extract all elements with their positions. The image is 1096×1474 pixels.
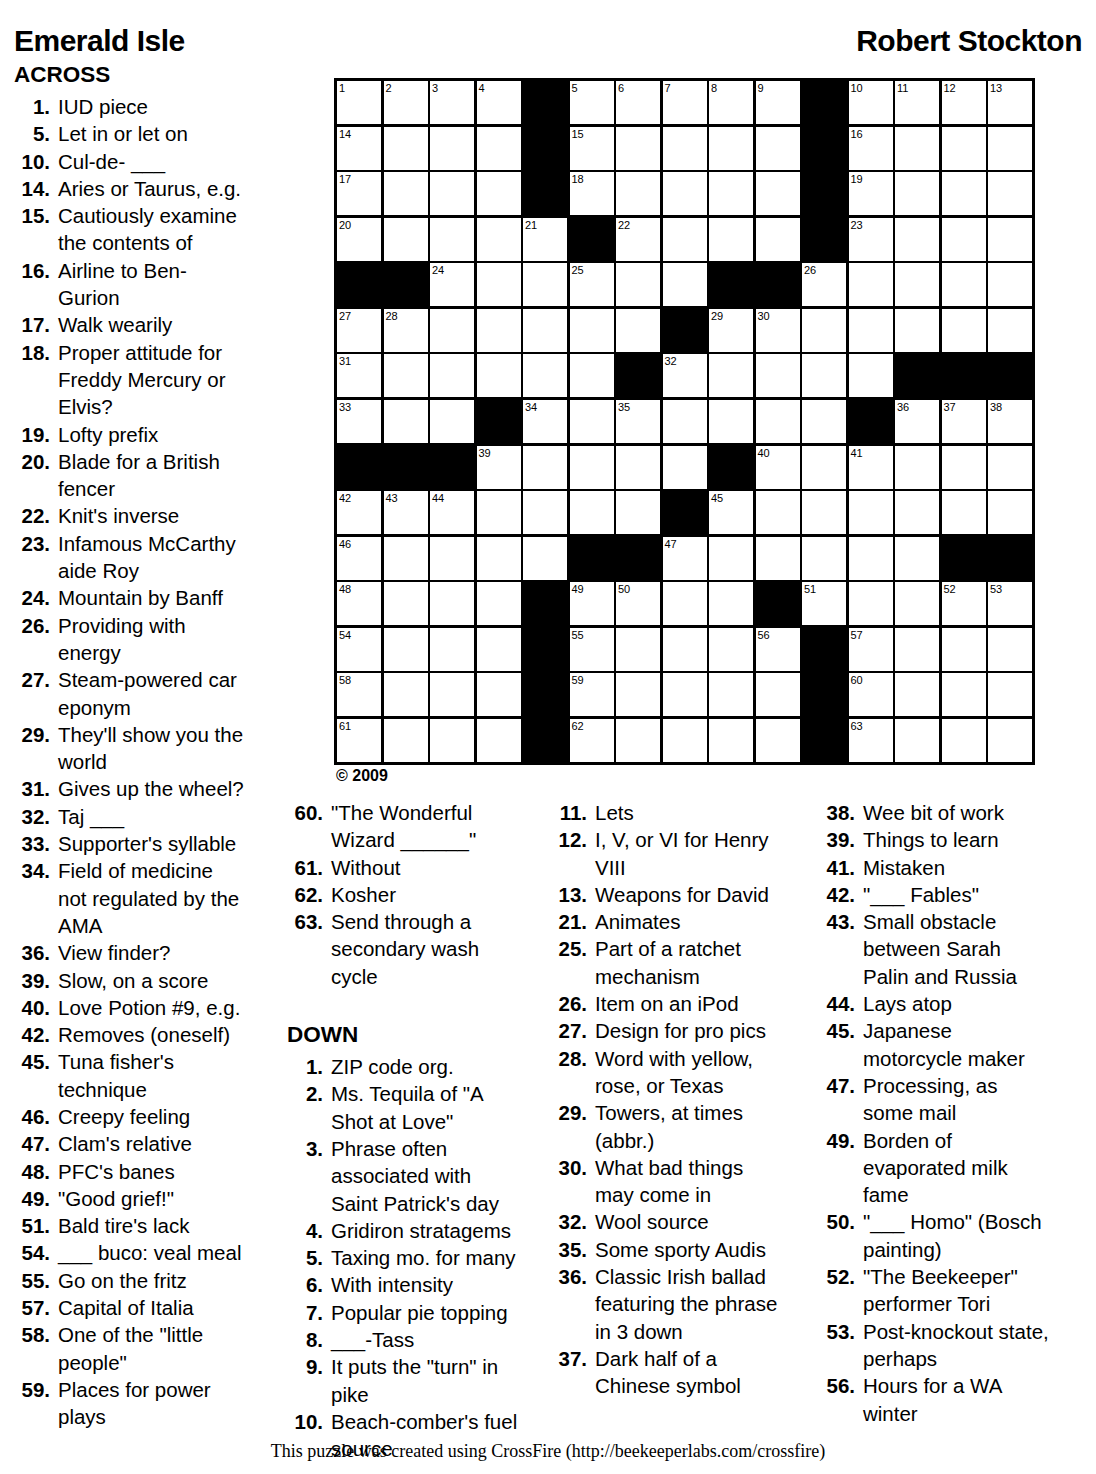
clue-text: Wool source [595, 1208, 783, 1235]
grid-cell-r3-c15[interactable] [988, 172, 1032, 215]
grid-cell-r2-c7[interactable] [616, 127, 660, 170]
grid-cell-r8-c9[interactable] [709, 400, 753, 443]
grid-cell-r8-c3[interactable] [430, 400, 474, 443]
grid-cell-r12-c11[interactable]: 51 [802, 582, 846, 625]
clue-down-39: 39.Things to learn [817, 826, 1096, 853]
grid-cell-r7-c5[interactable] [523, 354, 567, 397]
clue-down-41: 41.Mistaken [817, 854, 1096, 881]
cell-number: 41 [851, 447, 863, 459]
grid-cell-r12-c6[interactable]: 49 [570, 582, 614, 625]
grid-cell-r6-c12[interactable] [849, 309, 893, 352]
grid-cell-r11-c2[interactable] [384, 537, 428, 580]
grid-cell-r4-c12[interactable]: 23 [849, 218, 893, 261]
grid-cell-r5-c14[interactable] [942, 263, 986, 306]
cell-number: 8 [711, 82, 717, 94]
grid-cell-r4-c5[interactable]: 21 [523, 218, 567, 261]
grid-cell-r7-c4[interactable] [477, 354, 521, 397]
clue-across-24: 24.Mountain by Banff [12, 584, 286, 611]
grid-cell-r2-c2[interactable] [384, 127, 428, 170]
cell-number: 27 [339, 310, 351, 322]
clue-number: 49. [12, 1185, 50, 1212]
clue-down-30: 30.What bad things may come in [549, 1154, 823, 1209]
clue-number: 41. [817, 854, 855, 881]
grid-cell-r2-c9[interactable] [709, 127, 753, 170]
grid-cell-r9-c6[interactable] [570, 446, 614, 489]
grid-cell-r12-c9[interactable] [709, 582, 753, 625]
grid-cell-r14-c15[interactable] [988, 673, 1032, 716]
grid-cell-r4-c8[interactable] [663, 218, 707, 261]
grid-cell-r11-c11[interactable] [802, 537, 846, 580]
block-r9-c3 [430, 446, 474, 489]
grid-cell-r8-c6[interactable] [570, 400, 614, 443]
clue-number: 27. [12, 666, 50, 693]
grid-cell-r1-c12[interactable]: 10 [849, 81, 893, 124]
grid-cell-r13-c1[interactable]: 54 [337, 628, 381, 671]
grid-cell-r9-c10[interactable]: 40 [756, 446, 800, 489]
grid-cell-r4-c15[interactable] [988, 218, 1032, 261]
grid-cell-r8-c7[interactable]: 35 [616, 400, 660, 443]
grid-cell-r6-c4[interactable] [477, 309, 521, 352]
clue-down-13: 13.Weapons for David [549, 881, 823, 908]
clue-number: 32. [12, 803, 50, 830]
grid-cell-r1-c14[interactable]: 12 [942, 81, 986, 124]
grid-cell-r3-c14[interactable] [942, 172, 986, 215]
grid-cell-r15-c7[interactable] [616, 719, 660, 762]
grid-cell-r6-c11[interactable] [802, 309, 846, 352]
grid-cell-r14-c14[interactable] [942, 673, 986, 716]
grid-cell-r1-c3[interactable]: 3 [430, 81, 474, 124]
grid-cell-r1-c10[interactable]: 9 [756, 81, 800, 124]
grid-cell-r12-c1[interactable]: 48 [337, 582, 381, 625]
grid-cell-r1-c13[interactable]: 11 [895, 81, 939, 124]
cell-number: 16 [851, 128, 863, 140]
grid-cell-r10-c9[interactable]: 45 [709, 491, 753, 534]
grid-cell-r13-c12[interactable]: 57 [849, 628, 893, 671]
grid-cell-r3-c13[interactable] [895, 172, 939, 215]
grid-cell-r4-c3[interactable] [430, 218, 474, 261]
grid-cell-r8-c10[interactable] [756, 400, 800, 443]
grid-cell-r7-c2[interactable] [384, 354, 428, 397]
clue-text: Ms. Tequila of "A Shot at Love" [331, 1080, 519, 1135]
cell-number: 46 [339, 538, 351, 550]
grid-cell-r6-c1[interactable]: 27 [337, 309, 381, 352]
grid-cell-r13-c9[interactable] [709, 628, 753, 671]
grid-cell-r15-c14[interactable] [942, 719, 986, 762]
grid-cell-r1-c4[interactable]: 4 [477, 81, 521, 124]
grid-cell-r4-c9[interactable] [709, 218, 753, 261]
grid-cell-r10-c13[interactable] [895, 491, 939, 534]
grid-cell-r8-c11[interactable] [802, 400, 846, 443]
cell-number: 45 [711, 492, 723, 504]
grid-cell-r10-c14[interactable] [942, 491, 986, 534]
grid-cell-r1-c1[interactable]: 1 [337, 81, 381, 124]
grid-cell-r1-c9[interactable]: 8 [709, 81, 753, 124]
down-heading: DOWN [285, 1020, 559, 1050]
cell-number: 17 [339, 173, 351, 185]
clue-across-49: 49."Good grief!" [12, 1185, 286, 1212]
grid-cell-r9-c13[interactable] [895, 446, 939, 489]
grid-cell-r11-c13[interactable] [895, 537, 939, 580]
clue-text: Go on the fritz [58, 1267, 246, 1294]
grid-cell-r5-c7[interactable] [616, 263, 660, 306]
grid-cell-r4-c13[interactable] [895, 218, 939, 261]
grid-cell-r1-c6[interactable]: 5 [570, 81, 614, 124]
grid-cell-r15-c2[interactable] [384, 719, 428, 762]
grid-cell-r9-c4[interactable]: 39 [477, 446, 521, 489]
clue-number: 22. [12, 502, 50, 529]
grid-cell-r15-c13[interactable] [895, 719, 939, 762]
grid-cell-r15-c1[interactable]: 61 [337, 719, 381, 762]
clue-text: Send through a secondary wash cycle [331, 908, 519, 990]
clue-number: 35. [549, 1236, 587, 1263]
grid-cell-r6-c3[interactable] [430, 309, 474, 352]
grid-cell-r1-c15[interactable]: 13 [988, 81, 1032, 124]
grid-cell-r7-c8[interactable]: 32 [663, 354, 707, 397]
clue-number: 23. [12, 530, 50, 557]
grid-cell-r12-c2[interactable] [384, 582, 428, 625]
block-r5-c2 [384, 263, 428, 306]
grid-cell-r10-c10[interactable] [756, 491, 800, 534]
grid-cell-r14-c3[interactable] [430, 673, 474, 716]
cell-number: 50 [618, 583, 630, 595]
grid-cell-r5-c8[interactable] [663, 263, 707, 306]
grid-cell-r12-c14[interactable]: 52 [942, 582, 986, 625]
grid-cell-r14-c4[interactable] [477, 673, 521, 716]
grid-cell-r15-c9[interactable] [709, 719, 753, 762]
cell-number: 34 [525, 401, 537, 413]
grid-cell-r15-c10[interactable] [756, 719, 800, 762]
copyright-notice: © 2009 [336, 767, 388, 785]
grid-cell-r6-c15[interactable] [988, 309, 1032, 352]
cell-number: 59 [572, 674, 584, 686]
clue-down-25: 25.Part of a ratchet mechanism [549, 935, 823, 990]
grid-cell-r12-c12[interactable] [849, 582, 893, 625]
clue-text: Capital of Italia [58, 1294, 246, 1321]
clue-number: 9. [285, 1353, 323, 1380]
grid-cell-r3-c12[interactable]: 19 [849, 172, 893, 215]
cell-number: 61 [339, 720, 351, 732]
block-r9-c1 [337, 446, 381, 489]
block-r10-c8 [663, 491, 707, 534]
grid-cell-r13-c4[interactable] [477, 628, 521, 671]
grid-cell-r12-c7[interactable]: 50 [616, 582, 660, 625]
grid-cell-r9-c11[interactable] [802, 446, 846, 489]
block-r11-c14 [942, 537, 986, 580]
grid-cell-r10-c12[interactable] [849, 491, 893, 534]
clue-text: Blade for a British fencer [58, 448, 246, 503]
clue-text: Design for pro pics [595, 1017, 783, 1044]
grid-cell-r5-c6[interactable]: 25 [570, 263, 614, 306]
grid-cell-r7-c11[interactable] [802, 354, 846, 397]
grid-cell-r7-c10[interactable] [756, 354, 800, 397]
block-r14-c11 [802, 673, 846, 716]
clue-across-22: 22.Knit's inverse [12, 502, 286, 529]
cell-number: 10 [851, 82, 863, 94]
grid-cell-r5-c4[interactable] [477, 263, 521, 306]
grid-cell-r3-c3[interactable] [430, 172, 474, 215]
grid-cell-r10-c15[interactable] [988, 491, 1032, 534]
grid-cell-r15-c15[interactable] [988, 719, 1032, 762]
grid-cell-r9-c14[interactable] [942, 446, 986, 489]
clue-text: One of the "little people" [58, 1321, 246, 1376]
clue-number: 15. [12, 202, 50, 229]
clue-text: Things to learn [863, 826, 1051, 853]
cell-number: 25 [572, 264, 584, 276]
grid-cell-r6-c6[interactable] [570, 309, 614, 352]
grid-cell-r7-c3[interactable] [430, 354, 474, 397]
clue-across-58: 58.One of the "little people" [12, 1321, 286, 1376]
clue-across-55: 55.Go on the fritz [12, 1267, 286, 1294]
grid-cell-r4-c10[interactable] [756, 218, 800, 261]
clue-text: View finder? [58, 939, 246, 966]
grid-cell-r10-c1[interactable]: 42 [337, 491, 381, 534]
clue-across-15: 15.Cautiously examine the contents of [12, 202, 286, 257]
clue-text: Removes (oneself) [58, 1021, 246, 1048]
block-r9-c9 [709, 446, 753, 489]
grid-cell-r3-c6[interactable]: 18 [570, 172, 614, 215]
clue-across-47: 47.Clam's relative [12, 1130, 286, 1157]
clue-text: "The Beekeeper" performer Tori [863, 1263, 1051, 1318]
grid-cell-r2-c14[interactable] [942, 127, 986, 170]
grid-cell-r13-c6[interactable]: 55 [570, 628, 614, 671]
cell-number: 1 [339, 82, 345, 94]
grid-cell-r10-c6[interactable] [570, 491, 614, 534]
grid-cell-r13-c13[interactable] [895, 628, 939, 671]
grid-cell-r8-c15[interactable]: 38 [988, 400, 1032, 443]
clue-number: 20. [12, 448, 50, 475]
clue-text: Infamous McCarthy aide Roy [58, 530, 246, 585]
cell-number: 13 [990, 82, 1002, 94]
clue-across-10: 10.Cul-de- ___ [12, 148, 286, 175]
clue-number: 36. [549, 1263, 587, 1290]
grid-cell-r14-c8[interactable] [663, 673, 707, 716]
clue-text: Cautiously examine the contents of [58, 202, 246, 257]
grid-cell-r5-c12[interactable] [849, 263, 893, 306]
grid-cell-r10-c2[interactable]: 43 [384, 491, 428, 534]
clue-number: 13. [549, 881, 587, 908]
grid-cell-r15-c4[interactable] [477, 719, 521, 762]
clue-number: 45. [12, 1048, 50, 1075]
grid-cell-r9-c7[interactable] [616, 446, 660, 489]
grid-cell-r3-c7[interactable] [616, 172, 660, 215]
grid-cell-r5-c11[interactable]: 26 [802, 263, 846, 306]
clue-text: Borden of evaporated milk fame [863, 1127, 1051, 1209]
clue-across-59: 59.Places for power plays [12, 1376, 286, 1431]
grid-cell-r14-c1[interactable]: 58 [337, 673, 381, 716]
grid-cell-r7-c12[interactable] [849, 354, 893, 397]
grid-cell-r11-c5[interactable] [523, 537, 567, 580]
grid-cell-r2-c12[interactable]: 16 [849, 127, 893, 170]
grid-cell-r12-c4[interactable] [477, 582, 521, 625]
grid-cell-r7-c1[interactable]: 31 [337, 354, 381, 397]
grid-cell-r9-c8[interactable] [663, 446, 707, 489]
grid-cell-r14-c13[interactable] [895, 673, 939, 716]
grid-cell-r6-c14[interactable] [942, 309, 986, 352]
grid-cell-r3-c4[interactable] [477, 172, 521, 215]
grid-cell-r4-c1[interactable]: 20 [337, 218, 381, 261]
cell-number: 55 [572, 629, 584, 641]
grid-cell-r8-c8[interactable] [663, 400, 707, 443]
clue-number: 30. [549, 1154, 587, 1181]
grid-cell-r9-c5[interactable] [523, 446, 567, 489]
grid-cell-r10-c5[interactable] [523, 491, 567, 534]
clue-number: 39. [12, 967, 50, 994]
clue-down-53: 53.Post-knockout state, perhaps [817, 1318, 1096, 1373]
grid-cell-r11-c10[interactable] [756, 537, 800, 580]
grid-cell-r6-c13[interactable] [895, 309, 939, 352]
clue-down-12: 12.I, V, or VI for Henry VIII [549, 826, 823, 881]
cell-number: 37 [944, 401, 956, 413]
clue-text: Walk wearily [58, 311, 246, 338]
grid-cell-r14-c12[interactable]: 60 [849, 673, 893, 716]
clue-number: 63. [285, 908, 323, 935]
clue-down-47: 47.Processing, as some mail [817, 1072, 1096, 1127]
grid-cell-r15-c6[interactable]: 62 [570, 719, 614, 762]
cell-number: 18 [572, 173, 584, 185]
clue-text: Without [331, 854, 519, 881]
grid-cell-r6-c5[interactable] [523, 309, 567, 352]
grid-cell-r4-c4[interactable] [477, 218, 521, 261]
grid-cell-r2-c1[interactable]: 14 [337, 127, 381, 170]
grid-cell-r6-c9[interactable]: 29 [709, 309, 753, 352]
grid-cell-r3-c1[interactable]: 17 [337, 172, 381, 215]
grid-cell-r11-c1[interactable]: 46 [337, 537, 381, 580]
grid-cell-r6-c10[interactable]: 30 [756, 309, 800, 352]
grid-cell-r10-c7[interactable] [616, 491, 660, 534]
grid-cell-r12-c3[interactable] [430, 582, 474, 625]
clue-across-33: 33.Supporter's syllable [12, 830, 286, 857]
grid-cell-r2-c3[interactable] [430, 127, 474, 170]
grid-cell-r13-c15[interactable] [988, 628, 1032, 671]
grid-cell-r13-c7[interactable] [616, 628, 660, 671]
clue-text: Slow, on a score [58, 967, 246, 994]
grid-cell-r8-c1[interactable]: 33 [337, 400, 381, 443]
grid-cell-r2-c15[interactable] [988, 127, 1032, 170]
grid-cell-r12-c15[interactable]: 53 [988, 582, 1032, 625]
cell-number: 49 [572, 583, 584, 595]
cell-number: 33 [339, 401, 351, 413]
grid-cell-r7-c6[interactable] [570, 354, 614, 397]
cell-number: 6 [618, 82, 624, 94]
grid-cell-r13-c2[interactable] [384, 628, 428, 671]
grid-cell-r14-c7[interactable] [616, 673, 660, 716]
grid-cell-r12-c8[interactable] [663, 582, 707, 625]
grid-cell-r1-c8[interactable]: 7 [663, 81, 707, 124]
grid-cell-r13-c10[interactable]: 56 [756, 628, 800, 671]
grid-cell-r15-c8[interactable] [663, 719, 707, 762]
cell-number: 2 [386, 82, 392, 94]
grid-cell-r7-c9[interactable] [709, 354, 753, 397]
grid-cell-r9-c15[interactable] [988, 446, 1032, 489]
clue-text: Aries or Taurus, e.g. [58, 175, 246, 202]
grid-cell-r11-c9[interactable] [709, 537, 753, 580]
grid-cell-r3-c10[interactable] [756, 172, 800, 215]
grid-cell-r13-c3[interactable] [430, 628, 474, 671]
clue-number: 61. [285, 854, 323, 881]
block-r8-c12 [849, 400, 893, 443]
clue-text: Places for power plays [58, 1376, 246, 1431]
grid-cell-r11-c8[interactable]: 47 [663, 537, 707, 580]
grid-cell-r3-c8[interactable] [663, 172, 707, 215]
grid-cell-r15-c3[interactable] [430, 719, 474, 762]
clue-number: 24. [12, 584, 50, 611]
clue-text: Wee bit of work [863, 799, 1051, 826]
grid-cell-r3-c9[interactable] [709, 172, 753, 215]
grid-cell-r2-c8[interactable] [663, 127, 707, 170]
clue-number: 45. [817, 1017, 855, 1044]
grid-cell-r4-c14[interactable] [942, 218, 986, 261]
block-r5-c9 [709, 263, 753, 306]
grid-cell-r14-c6[interactable]: 59 [570, 673, 614, 716]
clue-down-32: 32.Wool source [549, 1208, 823, 1235]
clue-down-11: 11.Lets [549, 799, 823, 826]
clue-text: Phrase often associated with Saint Patri… [331, 1135, 519, 1217]
block-r8-c4 [477, 400, 521, 443]
grid-cell-r1-c2[interactable]: 2 [384, 81, 428, 124]
grid-cell-r5-c3[interactable]: 24 [430, 263, 474, 306]
grid-cell-r8-c14[interactable]: 37 [942, 400, 986, 443]
clue-number: 27. [549, 1017, 587, 1044]
grid-cell-r14-c10[interactable] [756, 673, 800, 716]
grid-cell-r5-c5[interactable] [523, 263, 567, 306]
clue-across-60: 60."The Wonderful Wizard ______" [285, 799, 559, 854]
clue-number: 6. [285, 1271, 323, 1298]
clue-down-3: 3.Phrase often associated with Saint Pat… [285, 1135, 559, 1217]
grid-cell-r3-c2[interactable] [384, 172, 428, 215]
clue-number: 29. [12, 721, 50, 748]
grid-cell-r8-c5[interactable]: 34 [523, 400, 567, 443]
crossword-grid: 1234567891011121314151617181920212223242… [334, 78, 1035, 765]
clue-number: 8. [285, 1326, 323, 1353]
grid-cell-r2-c4[interactable] [477, 127, 521, 170]
grid-cell-r11-c4[interactable] [477, 537, 521, 580]
clue-number: 47. [12, 1130, 50, 1157]
grid-cell-r9-c12[interactable]: 41 [849, 446, 893, 489]
grid-cell-r8-c13[interactable]: 36 [895, 400, 939, 443]
grid-cell-r2-c10[interactable] [756, 127, 800, 170]
grid-cell-r13-c14[interactable] [942, 628, 986, 671]
grid-cell-r13-c8[interactable] [663, 628, 707, 671]
clue-down-43: 43.Small obstacle between Sarah Palin an… [817, 908, 1096, 990]
clue-text: Mistaken [863, 854, 1051, 881]
grid-cell-r6-c7[interactable] [616, 309, 660, 352]
grid-cell-r10-c11[interactable] [802, 491, 846, 534]
grid-cell-r12-c13[interactable] [895, 582, 939, 625]
grid-cell-r2-c13[interactable] [895, 127, 939, 170]
puzzle-author: Robert Stockton [856, 24, 1082, 58]
grid-cell-r8-c2[interactable] [384, 400, 428, 443]
grid-cell-r1-c7[interactable]: 6 [616, 81, 660, 124]
cell-number: 24 [432, 264, 444, 276]
clue-number: 31. [12, 775, 50, 802]
cell-number: 39 [479, 447, 491, 459]
grid-cell-r5-c15[interactable] [988, 263, 1032, 306]
grid-cell-r11-c3[interactable] [430, 537, 474, 580]
clue-down-28: 28.Word with yellow, rose, or Texas [549, 1045, 823, 1100]
grid-cell-r11-c12[interactable] [849, 537, 893, 580]
grid-cell-r10-c4[interactable] [477, 491, 521, 534]
grid-cell-r6-c2[interactable]: 28 [384, 309, 428, 352]
clue-down-38: 38.Wee bit of work [817, 799, 1096, 826]
grid-cell-r14-c2[interactable] [384, 673, 428, 716]
grid-cell-r5-c13[interactable] [895, 263, 939, 306]
grid-cell-r4-c7[interactable]: 22 [616, 218, 660, 261]
grid-cell-r10-c3[interactable]: 44 [430, 491, 474, 534]
grid-cell-r14-c9[interactable] [709, 673, 753, 716]
grid-cell-r4-c2[interactable] [384, 218, 428, 261]
grid-cell-r2-c6[interactable]: 15 [570, 127, 614, 170]
grid-cell-r15-c12[interactable]: 63 [849, 719, 893, 762]
